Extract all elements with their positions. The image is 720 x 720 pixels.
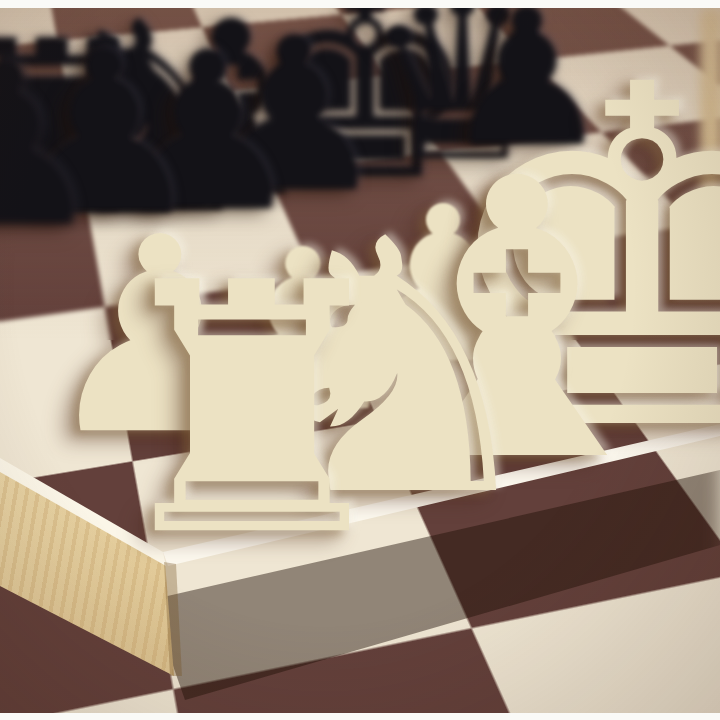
photo-border-top (0, 0, 720, 8)
pieces-layer: ♚♛♝♞♜♟♟♟♟♟♟♟♟♚♝♞♜ (0, 0, 720, 720)
chess-set-photo: 12345678 HGFEDCBA ♚♛♝♞♜♟♟♟♟♟♟♟♟♚♝♞♜ (0, 0, 720, 720)
white-rook[interactable]: ♜ (97, 238, 406, 583)
photo-border-bottom (0, 713, 720, 720)
